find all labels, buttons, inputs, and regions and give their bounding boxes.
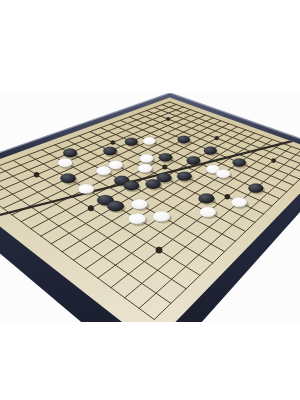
black-stone[interactable] — [248, 184, 263, 193]
black-stone[interactable] — [60, 174, 76, 184]
white-stone[interactable] — [138, 164, 152, 173]
white-stone[interactable] — [131, 199, 148, 209]
white-stone[interactable] — [216, 169, 230, 178]
black-stone[interactable] — [177, 172, 192, 181]
photo-area — [0, 93, 300, 380]
white-stone[interactable] — [108, 160, 122, 169]
black-stone[interactable] — [125, 138, 138, 146]
black-stone[interactable] — [198, 194, 214, 204]
black-stone[interactable] — [103, 147, 117, 155]
black-stone[interactable] — [124, 181, 140, 191]
black-stone[interactable] — [178, 136, 190, 144]
white-stone[interactable] — [140, 154, 154, 163]
white-stone[interactable] — [231, 197, 247, 207]
black-stone[interactable] — [107, 201, 124, 212]
white-stone[interactable] — [128, 213, 146, 224]
go-board-product-photo — [0, 0, 300, 400]
white-stone[interactable] — [96, 166, 111, 175]
black-stone[interactable] — [187, 156, 201, 164]
go-board[interactable] — [0, 0, 300, 400]
white-stone[interactable] — [199, 207, 216, 217]
white-stone[interactable] — [153, 211, 170, 222]
black-stone[interactable] — [63, 149, 77, 158]
black-stone[interactable] — [204, 147, 217, 155]
white-stone[interactable] — [143, 137, 156, 145]
black-stone[interactable] — [159, 153, 173, 161]
white-stone[interactable] — [78, 184, 94, 194]
black-stone[interactable] — [232, 158, 246, 166]
black-stone[interactable] — [145, 179, 160, 189]
white-stone[interactable] — [58, 158, 73, 167]
